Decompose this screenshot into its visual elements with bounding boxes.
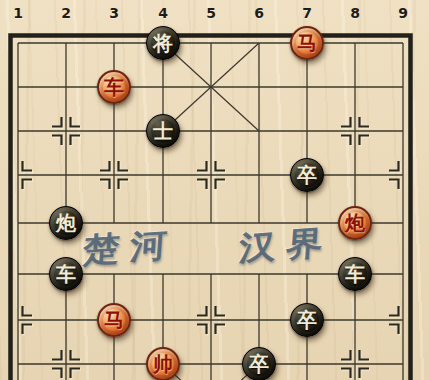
piece-black-advisor[interactable]: 士 xyxy=(146,114,180,148)
column-label-9: 9 xyxy=(398,5,408,21)
piece-black-cannon[interactable]: 炮 xyxy=(49,206,83,240)
red-cannon-glyph: 炮 xyxy=(345,213,365,233)
piece-black-chariot[interactable]: 车 xyxy=(338,257,372,291)
column-label-4: 4 xyxy=(158,5,168,21)
black-advisor-glyph: 士 xyxy=(153,121,173,141)
piece-red-chariot[interactable]: 车 xyxy=(97,70,131,104)
piece-red-cannon[interactable]: 炮 xyxy=(338,206,372,240)
piece-red-horse[interactable]: 马 xyxy=(97,303,131,337)
piece-black-general[interactable]: 将 xyxy=(146,26,180,60)
xiangqi-board-grid xyxy=(0,0,429,380)
red-horse-glyph: 马 xyxy=(104,310,124,330)
column-label-8: 8 xyxy=(350,5,360,21)
red-general-glyph: 帅 xyxy=(153,354,173,374)
black-soldier-glyph: 卒 xyxy=(297,165,317,185)
black-soldier-glyph: 卒 xyxy=(297,310,317,330)
piece-red-general[interactable]: 帅 xyxy=(146,347,180,380)
river-label-left: 楚河 xyxy=(81,222,178,274)
piece-black-soldier[interactable]: 卒 xyxy=(242,347,276,380)
piece-black-soldier[interactable]: 卒 xyxy=(290,158,324,192)
red-horse-glyph: 马 xyxy=(297,33,317,53)
column-label-2: 2 xyxy=(61,5,71,21)
column-label-1: 1 xyxy=(13,5,23,21)
black-soldier-glyph: 卒 xyxy=(249,354,269,374)
black-cannon-glyph: 炮 xyxy=(56,213,76,233)
column-label-6: 6 xyxy=(254,5,264,21)
column-label-7: 7 xyxy=(302,5,312,21)
black-chariot-glyph: 车 xyxy=(345,264,365,284)
column-label-5: 5 xyxy=(206,5,216,21)
river-label-right: 汉界 xyxy=(237,220,334,272)
piece-black-chariot[interactable]: 车 xyxy=(49,257,83,291)
piece-red-horse[interactable]: 马 xyxy=(290,26,324,60)
piece-black-soldier[interactable]: 卒 xyxy=(290,303,324,337)
black-chariot-glyph: 车 xyxy=(56,264,76,284)
black-general-glyph: 将 xyxy=(153,33,173,53)
xiangqi-board-area: 123456789 楚河 汉界 将马车士卒炮炮车车马卒帅卒 xyxy=(0,0,429,380)
red-chariot-glyph: 车 xyxy=(104,77,124,97)
column-label-3: 3 xyxy=(109,5,119,21)
